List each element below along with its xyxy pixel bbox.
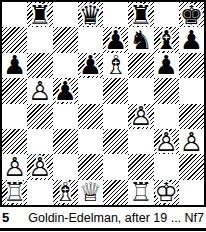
square-d5 <box>78 78 103 103</box>
square-d2 <box>78 154 103 179</box>
square-g4 <box>154 104 179 129</box>
square-b6 <box>27 53 52 78</box>
square-f2 <box>128 154 153 179</box>
piece-black-pawn: ♟♟ <box>78 53 103 78</box>
piece-white-rook: ♜♖ <box>128 180 153 205</box>
square-b5: ♟♙ <box>27 78 52 103</box>
chess-diagram: ♜♜♛♛♜♜♚♚♟♟♞♞♝♝♟♟♟♟♟♟♝♗♟♟♟♙♟♟♟♙♟♙♟♙♟♙♟♙♜♖… <box>0 0 206 232</box>
square-f6 <box>128 53 153 78</box>
piece-white-bishop: ♝♗ <box>103 53 128 78</box>
square-c5: ♟♟ <box>53 78 78 103</box>
chess-board: ♜♜♛♛♜♜♚♚♟♟♞♞♝♝♟♟♟♟♟♟♝♗♟♟♟♙♟♟♟♙♟♙♟♙♟♙♟♙♜♖… <box>0 0 206 207</box>
piece-black-queen: ♛♛ <box>78 2 103 27</box>
caption-text: Goldin-Edelman, after 19 ... Nf7 <box>28 211 204 225</box>
piece-black-pawn: ♟♟ <box>179 27 204 52</box>
square-c1: ♝♗ <box>53 180 78 205</box>
piece-black-pawn: ♟♟ <box>154 53 179 78</box>
square-a8 <box>2 2 27 27</box>
square-g7: ♝♝ <box>154 27 179 52</box>
square-g5 <box>154 78 179 103</box>
square-h4 <box>179 104 204 129</box>
square-a1: ♜♖ <box>2 180 27 205</box>
square-h1 <box>179 180 204 205</box>
piece-black-rook: ♜♜ <box>128 2 153 27</box>
piece-white-king: ♚♔ <box>154 180 179 205</box>
square-f4: ♟♙ <box>128 104 153 129</box>
square-d8: ♛♛ <box>78 2 103 27</box>
piece-black-rook: ♜♜ <box>27 2 52 27</box>
square-f5 <box>128 78 153 103</box>
square-e5 <box>103 78 128 103</box>
square-d3 <box>78 129 103 154</box>
piece-black-knight: ♞♞ <box>128 27 153 52</box>
square-e7: ♟♟ <box>103 27 128 52</box>
piece-black-pawn: ♟♟ <box>2 53 27 78</box>
caption-bar: 5 Goldin-Edelman, after 19 ... Nf7 <box>0 207 206 228</box>
piece-black-pawn: ♟♟ <box>53 78 78 103</box>
square-d1: ♛♕ <box>78 180 103 205</box>
square-a2: ♟♙ <box>2 154 27 179</box>
piece-black-bishop: ♝♝ <box>154 27 179 52</box>
square-a5 <box>2 78 27 103</box>
square-a6: ♟♟ <box>2 53 27 78</box>
piece-white-pawn: ♟♙ <box>2 154 27 179</box>
square-b4 <box>27 104 52 129</box>
piece-white-pawn: ♟♙ <box>154 129 179 154</box>
square-a4 <box>2 104 27 129</box>
square-d4 <box>78 104 103 129</box>
piece-black-king: ♚♚ <box>179 2 204 27</box>
square-g2 <box>154 154 179 179</box>
piece-white-pawn: ♟♙ <box>27 154 52 179</box>
square-b7 <box>27 27 52 52</box>
piece-white-bishop: ♝♗ <box>53 180 78 205</box>
square-f1: ♜♖ <box>128 180 153 205</box>
square-h6 <box>179 53 204 78</box>
square-f7: ♞♞ <box>128 27 153 52</box>
square-e4 <box>103 104 128 129</box>
piece-black-pawn: ♟♟ <box>103 27 128 52</box>
square-a3 <box>2 129 27 154</box>
piece-white-queen: ♛♕ <box>78 180 103 205</box>
square-c3 <box>53 129 78 154</box>
square-c4 <box>53 104 78 129</box>
square-h8: ♚♚ <box>179 2 204 27</box>
diagram-number: 5 <box>2 210 9 225</box>
square-h5 <box>179 78 204 103</box>
square-f3 <box>128 129 153 154</box>
square-e6: ♝♗ <box>103 53 128 78</box>
square-c8 <box>53 2 78 27</box>
piece-white-pawn: ♟♙ <box>27 78 52 103</box>
square-b3 <box>27 129 52 154</box>
square-c6 <box>53 53 78 78</box>
square-b8: ♜♜ <box>27 2 52 27</box>
square-c2 <box>53 154 78 179</box>
piece-white-pawn: ♟♙ <box>179 129 204 154</box>
square-h3: ♟♙ <box>179 129 204 154</box>
bottom-rule <box>0 228 206 231</box>
square-f8: ♜♜ <box>128 2 153 27</box>
square-b1 <box>27 180 52 205</box>
square-a7 <box>2 27 27 52</box>
square-d6: ♟♟ <box>78 53 103 78</box>
square-h7: ♟♟ <box>179 27 204 52</box>
square-g8 <box>154 2 179 27</box>
square-g1: ♚♔ <box>154 180 179 205</box>
piece-white-rook: ♜♖ <box>2 180 27 205</box>
square-e1 <box>103 180 128 205</box>
piece-white-pawn: ♟♙ <box>128 104 153 129</box>
square-g3: ♟♙ <box>154 129 179 154</box>
square-h2 <box>179 154 204 179</box>
square-e2 <box>103 154 128 179</box>
square-d7 <box>78 27 103 52</box>
square-c7 <box>53 27 78 52</box>
square-e3 <box>103 129 128 154</box>
square-e8 <box>103 2 128 27</box>
square-g6: ♟♟ <box>154 53 179 78</box>
square-b2: ♟♙ <box>27 154 52 179</box>
